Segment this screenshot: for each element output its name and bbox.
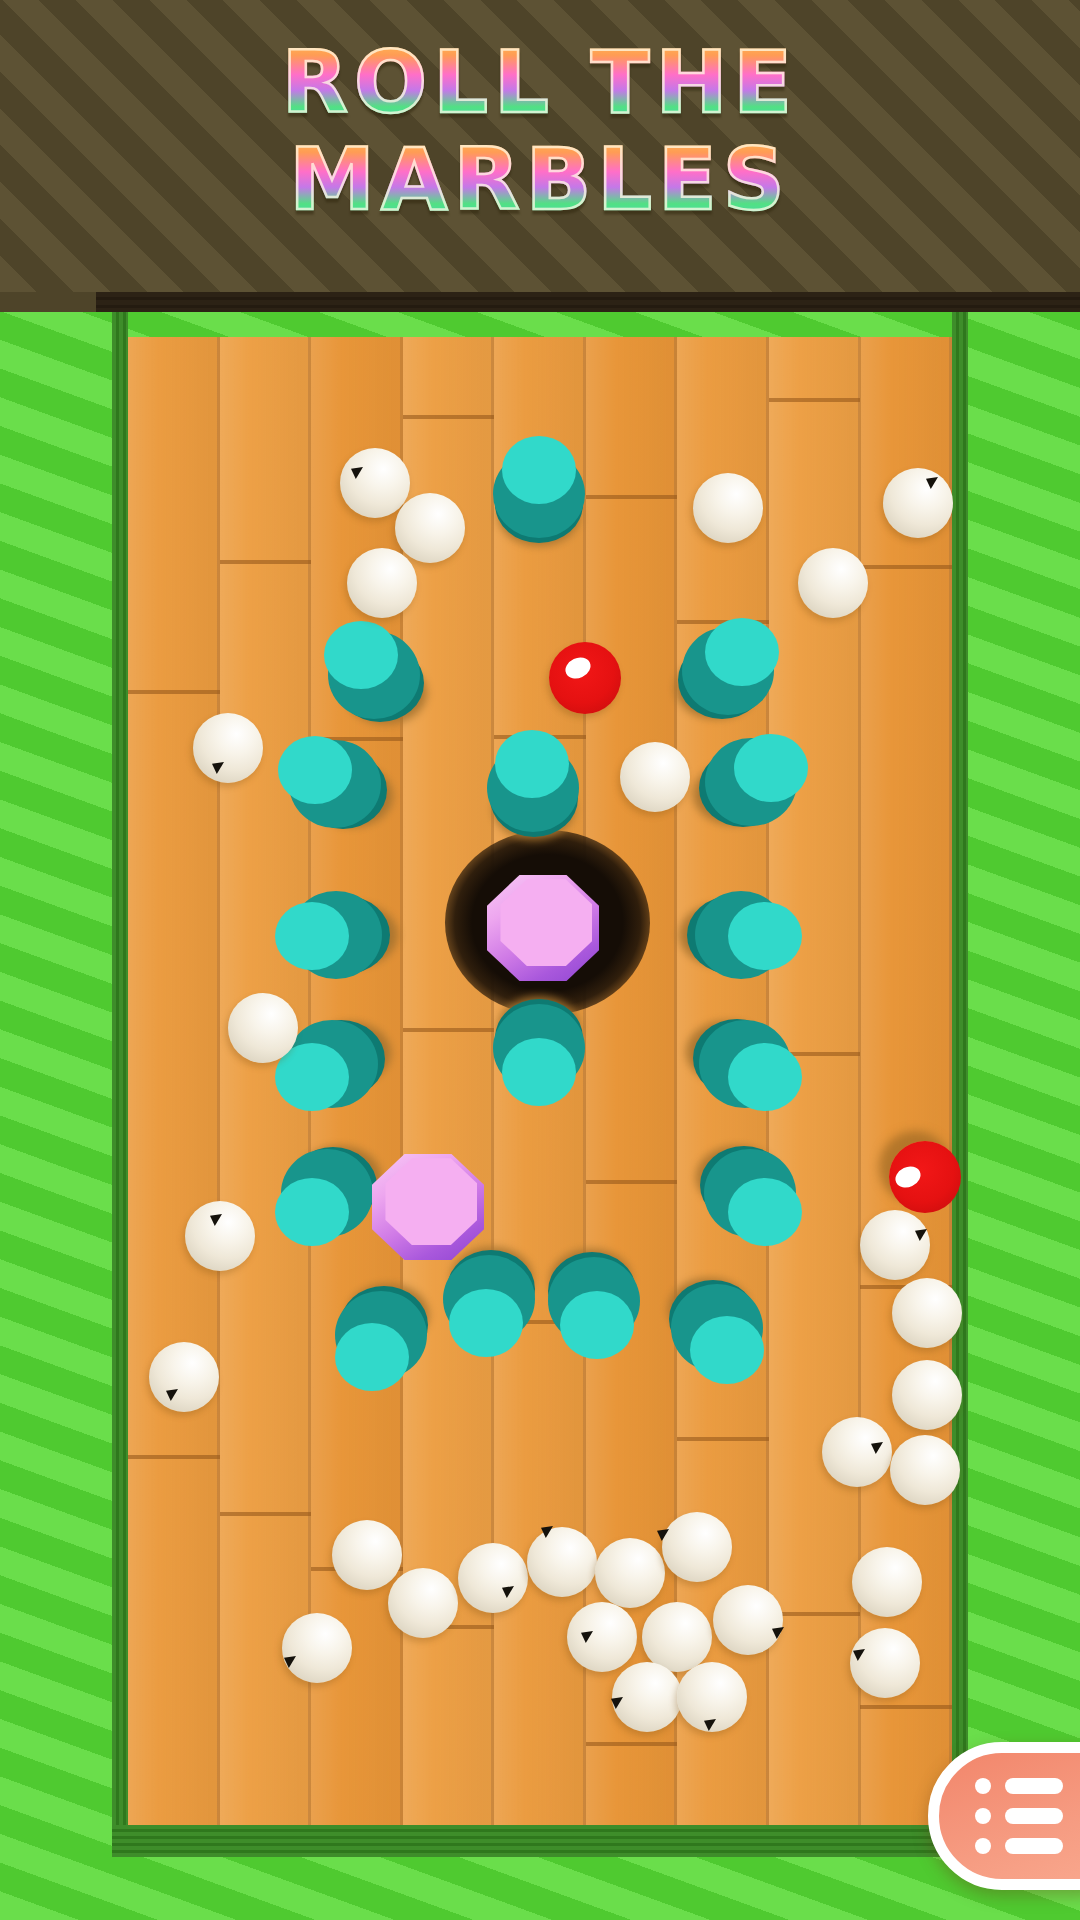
white-marble [890, 1435, 960, 1505]
red-marble [549, 642, 621, 714]
marble-mark [772, 1627, 784, 1639]
list-icon-dot [975, 1808, 991, 1824]
marble-mark [210, 1214, 222, 1226]
peg [560, 1291, 634, 1359]
white-marble [228, 993, 298, 1063]
white-marble [149, 1342, 219, 1412]
white-marble [822, 1417, 892, 1487]
marble-mark [926, 477, 938, 489]
menu-button[interactable] [928, 1742, 1080, 1890]
peg [449, 1289, 523, 1357]
white-marble [677, 1662, 747, 1732]
peg [275, 1178, 349, 1246]
white-marble [332, 1520, 402, 1590]
game-screen: ROLL THE MARBLES [0, 0, 1080, 1920]
list-icon-dot [975, 1838, 991, 1854]
white-marble [620, 742, 690, 812]
marble-mark [853, 1649, 865, 1661]
white-marble [340, 448, 410, 518]
marble-mark [871, 1442, 883, 1454]
peg [734, 734, 808, 802]
white-marble [347, 548, 417, 618]
peg [728, 1043, 802, 1111]
list-icon-bar [1005, 1838, 1063, 1854]
marble-mark [166, 1389, 178, 1401]
white-marble [458, 1543, 528, 1613]
marble-mark [541, 1526, 553, 1538]
marble-mark [212, 762, 224, 774]
white-marble [185, 1201, 255, 1271]
white-marble [395, 493, 465, 563]
peg [278, 736, 352, 804]
white-marble [892, 1360, 962, 1430]
peg [728, 902, 802, 970]
objects-layer [0, 0, 1080, 1920]
list-icon-dot [975, 1778, 991, 1794]
white-marble [713, 1585, 783, 1655]
gem-in-hole [487, 875, 599, 981]
list-icon-bar [1005, 1778, 1063, 1794]
peg [728, 1178, 802, 1246]
marble-mark [581, 1631, 593, 1643]
marble-mark [704, 1719, 716, 1731]
white-marble [883, 468, 953, 538]
white-marble [612, 1662, 682, 1732]
marble-mark [502, 1586, 514, 1598]
list-icon [975, 1778, 1063, 1854]
marble-mark [284, 1656, 296, 1668]
white-marble [662, 1512, 732, 1582]
marble-mark [915, 1229, 927, 1241]
white-marble [282, 1613, 352, 1683]
list-icon-bar [1005, 1808, 1063, 1824]
gem [372, 1154, 484, 1260]
marble-mark [351, 467, 363, 479]
marble-mark [611, 1697, 623, 1709]
white-marble [527, 1527, 597, 1597]
white-marble [193, 713, 263, 783]
peg [502, 436, 576, 504]
red-marble [889, 1141, 961, 1213]
peg [335, 1323, 409, 1391]
white-marble [693, 473, 763, 543]
white-marble [852, 1547, 922, 1617]
white-marble [388, 1568, 458, 1638]
white-marble [567, 1602, 637, 1672]
peg [690, 1316, 764, 1384]
white-marble [892, 1278, 962, 1348]
gem-top-face [500, 879, 592, 966]
white-marble [798, 548, 868, 618]
peg [705, 618, 779, 686]
white-marble [860, 1210, 930, 1280]
peg [495, 730, 569, 798]
white-marble [595, 1538, 665, 1608]
peg [324, 621, 398, 689]
white-marble [850, 1628, 920, 1698]
peg [502, 1038, 576, 1106]
gem-top-face [385, 1158, 477, 1245]
marble-mark [657, 1529, 669, 1541]
peg [275, 902, 349, 970]
